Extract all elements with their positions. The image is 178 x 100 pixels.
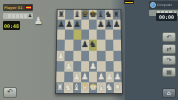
undo-button[interactable]: ↶ [162,32,176,42]
black-pawn[interactable]: ♟ [105,20,113,30]
black-pawn[interactable]: ♟ [65,20,73,30]
chess-board[interactable]: ♜♝♛♚♝♞♜♟♟♟♟♟♟♟♞♟♟♟♟♟♟♟♟♜♞♝♛♚♝♞♜ [55,9,123,94]
black-pawn[interactable]: ♟ [81,40,89,50]
white-captured-tray: ♟ [3,13,33,19]
square-c5[interactable] [73,40,81,50]
square-g4[interactable] [105,50,113,60]
square-f8[interactable]: ♝ [97,10,105,20]
game-screen: ♜♝♛♚♝♞♜♟♟♟♟♟♟♟♞♟♟♟♟♟♟♟♟♜♞♝♛♚♝♞♜ ♟ Player… [0,0,178,100]
home-icon: ⌂ [167,90,171,96]
home-button[interactable]: ⌂ [162,88,176,98]
square-a4[interactable]: ♟ [57,50,65,60]
black-clock: 00:00 [156,13,177,21]
undo-icon: ↶ [166,34,171,40]
square-h8[interactable]: ♜ [113,10,121,20]
square-f5[interactable] [97,40,105,50]
square-d2[interactable]: ♟ [81,71,89,82]
germany-flag-icon [124,0,134,4]
move-list-icon: ▦ [166,69,172,75]
white-player-name: Player 31 [4,6,24,10]
square-d4[interactable] [81,50,89,60]
square-b8[interactable] [65,10,73,20]
white-pawn[interactable]: ♟ [113,71,121,82]
square-g5[interactable] [105,40,113,50]
square-g3[interactable] [105,61,113,72]
white-pawn[interactable]: ♟ [65,61,73,72]
square-f2[interactable]: ♟ [97,71,105,82]
white-rook[interactable]: ♜ [114,82,122,93]
captured-slot [16,14,19,18]
white-bishop[interactable]: ♝ [73,82,81,93]
captured-slot [24,14,27,18]
square-d7[interactable] [81,20,89,30]
square-b3[interactable]: ♟ [65,61,73,72]
square-c7[interactable]: ♟ [73,20,81,30]
flip-icon: ⇄ [166,46,171,52]
square-c1[interactable]: ♝ [73,82,81,93]
white-bishop[interactable]: ♝ [97,82,105,93]
black-pawn[interactable]: ♟ [97,20,105,30]
square-c4[interactable] [73,50,81,60]
square-e5[interactable]: ♞ [89,40,97,50]
square-h6[interactable] [113,30,121,40]
flip-board-button[interactable]: ⇄ [162,44,176,54]
black-player-name: Computer [157,3,172,7]
white-pawn[interactable]: ♟ [57,50,65,60]
square-a6[interactable] [57,30,65,40]
square-d3[interactable] [81,61,89,72]
black-queen[interactable]: ♛ [81,10,89,20]
square-c6[interactable] [73,30,81,40]
black-knight[interactable]: ♞ [89,40,97,50]
square-f7[interactable]: ♟ [97,20,105,30]
square-g1[interactable]: ♞ [105,82,113,93]
redo-icon: ↷ [166,57,171,63]
square-g8[interactable]: ♞ [105,10,113,20]
black-knight[interactable]: ♞ [105,10,113,20]
black-pawn[interactable]: ♟ [73,20,81,30]
black-pawn[interactable]: ♟ [113,20,121,30]
square-b4[interactable] [65,50,73,60]
square-a2[interactable] [56,71,64,82]
square-e4[interactable] [89,50,97,60]
captured-piece-3d: ♟ [34,16,43,26]
square-g7[interactable]: ♟ [105,20,113,30]
white-knight[interactable]: ♞ [105,82,113,93]
white-pawn[interactable]: ♟ [105,71,113,82]
square-f1[interactable]: ♝ [97,82,105,93]
avatar [150,2,156,8]
white-pawn[interactable]: ♟ [97,71,105,82]
square-d5[interactable]: ♟ [81,40,89,50]
white-queen[interactable]: ♛ [81,82,89,93]
white-pawn[interactable]: ♟ [73,71,81,82]
square-f6[interactable] [97,30,105,40]
square-d1[interactable]: ♛ [81,82,89,93]
white-player-bar: Player 31 [3,4,33,11]
square-b2[interactable] [64,71,72,82]
square-d8[interactable]: ♛ [81,10,89,20]
captured-slot [20,14,23,18]
square-d6[interactable] [81,30,89,40]
black-player-bar: Computer [149,1,178,9]
square-h1[interactable]: ♜ [114,82,122,93]
square-b6[interactable] [65,30,73,40]
black-rook[interactable]: ♜ [57,10,65,20]
square-g2[interactable]: ♟ [105,71,113,82]
captured-black-pawn-icon: ♟ [28,14,32,19]
move-list-button[interactable]: ▦ [162,67,176,77]
white-knight[interactable]: ♞ [64,82,72,93]
square-h3[interactable] [113,61,121,72]
square-b7[interactable]: ♟ [65,20,73,30]
square-b1[interactable]: ♞ [64,82,72,93]
spain-flag-icon [25,5,32,10]
square-h4[interactable] [113,50,121,60]
square-g6[interactable] [105,30,113,40]
redo-button[interactable]: ↷ [162,55,176,65]
rotate-view-button[interactable]: ↶ [3,87,17,98]
square-e3[interactable]: ♟ [89,61,97,72]
black-bishop[interactable]: ♝ [73,10,81,20]
white-clock: 00:48 [3,21,20,30]
square-c8[interactable]: ♝ [73,10,81,20]
square-f3[interactable] [97,61,105,72]
square-c3[interactable] [73,61,81,72]
square-h5[interactable] [113,40,121,50]
square-h2[interactable]: ♟ [113,71,121,82]
black-bishop[interactable]: ♝ [97,10,105,20]
square-h7[interactable]: ♟ [113,20,121,30]
square-e6[interactable] [89,30,97,40]
white-pawn[interactable]: ♟ [81,71,89,82]
square-a8[interactable]: ♜ [57,10,65,20]
square-a5[interactable] [57,40,65,50]
white-pawn[interactable]: ♟ [89,61,97,72]
square-c2[interactable]: ♟ [73,71,81,82]
square-f4[interactable] [97,50,105,60]
captured-slot [8,14,11,18]
rotate-view-icon: ↶ [7,89,13,96]
captured-slot [12,14,15,18]
square-b5[interactable] [65,40,73,50]
black-rook[interactable]: ♜ [113,10,121,20]
